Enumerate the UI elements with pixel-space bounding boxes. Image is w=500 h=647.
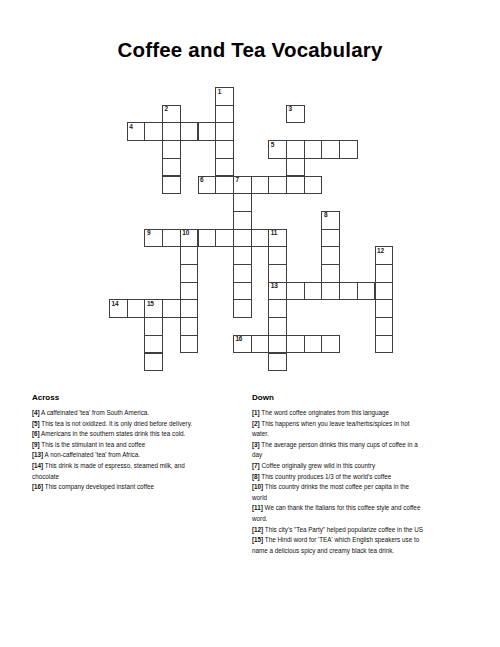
- grid-cell-r10c15[interactable]: [375, 264, 394, 283]
- grid-cell-r12c7[interactable]: [233, 299, 252, 318]
- crossword-grid: 12345678910111213141516: [109, 87, 394, 372]
- clue-label: [1]: [252, 409, 260, 416]
- clue-number-14: 14: [112, 301, 119, 308]
- grid-cell-r10c9[interactable]: [268, 264, 287, 283]
- across-clues-section: Across [4] A caffeinated 'tea' from Sout…: [32, 393, 248, 493]
- grid-cell-r2c6[interactable]: [215, 122, 234, 141]
- down-clues-section: Down [1] The word coffee originates from…: [252, 393, 474, 556]
- grid-cell-r12c9[interactable]: [268, 299, 287, 318]
- grid-cell-r14c12[interactable]: [321, 335, 340, 354]
- grid-cell-r6c7[interactable]: [233, 193, 252, 212]
- grid-cell-r2c2[interactable]: [144, 122, 163, 141]
- down-clue-7: [7] Coffee originally grew wild in this …: [252, 461, 474, 472]
- down-clue-3: [3] The average person drinks this many …: [252, 440, 474, 461]
- clue-label: [11]: [252, 504, 263, 511]
- grid-cell-r14c2[interactable]: [144, 335, 163, 354]
- clue-number-10: 10: [182, 230, 189, 237]
- grid-cell-r8c5[interactable]: [198, 229, 217, 248]
- across-clue-13: [13] A non-caffeinated 'tea' from Africa…: [32, 450, 248, 461]
- grid-cell-r8c4[interactable]: 10: [180, 229, 199, 248]
- clue-number-11: 11: [271, 230, 277, 237]
- grid-cell-r8c2[interactable]: 9: [144, 229, 163, 248]
- down-clue-2: [2] This happens when you leave tea/herb…: [252, 419, 474, 440]
- down-clue-8: [8] This country produces 1/3 of the wor…: [252, 472, 474, 483]
- grid-cell-r9c9[interactable]: [268, 246, 287, 265]
- clue-number-13: 13: [271, 283, 278, 290]
- grid-cell-r12c3[interactable]: [162, 299, 181, 318]
- across-clue-9: [9] This is the stimulant in tea and cof…: [32, 440, 248, 451]
- clue-number-9: 9: [147, 230, 150, 237]
- across-clue-4: [4] A caffeinated 'tea' from South Ameri…: [32, 408, 248, 419]
- grid-cell-r8c12[interactable]: [321, 229, 340, 248]
- grid-cell-r5c11[interactable]: [304, 176, 323, 195]
- grid-cell-r8c6[interactable]: [215, 229, 234, 248]
- grid-cell-r14c11[interactable]: [304, 335, 323, 354]
- across-clue-14: [14] This drink is made of espresso, ste…: [32, 461, 248, 482]
- clue-label: [5]: [32, 420, 40, 427]
- grid-cell-r14c7[interactable]: 16: [233, 335, 252, 354]
- grid-cell-r0c6[interactable]: 1: [215, 87, 234, 106]
- clue-label: [14]: [32, 462, 43, 469]
- grid-cell-r9c12[interactable]: [321, 246, 340, 265]
- grid-cell-r3c6[interactable]: [215, 140, 234, 159]
- grid-cell-r9c4[interactable]: [180, 246, 199, 265]
- grid-cell-r8c9[interactable]: 11: [268, 229, 287, 248]
- grid-cell-r11c11[interactable]: [304, 282, 323, 301]
- across-clue-5: [5] This tea is not oxidized. It is only…: [32, 419, 248, 430]
- grid-cell-r3c11[interactable]: [304, 140, 323, 159]
- grid-cell-r8c8[interactable]: [251, 229, 270, 248]
- grid-cell-r10c12[interactable]: [321, 264, 340, 283]
- grid-cell-r12c1[interactable]: [127, 299, 146, 318]
- clue-label: [10]: [252, 483, 263, 490]
- clue-number-3: 3: [289, 106, 292, 113]
- grid-cell-r14c15[interactable]: [375, 335, 394, 354]
- grid-cell-r11c13[interactable]: [339, 282, 358, 301]
- grid-cell-r5c8[interactable]: [251, 176, 270, 195]
- grid-cell-r4c10[interactable]: [286, 158, 305, 177]
- grid-cell-r3c13[interactable]: [339, 140, 358, 159]
- across-clue-16: [16] This company developed instant coff…: [32, 482, 248, 493]
- grid-cell-r2c1[interactable]: 4: [127, 122, 146, 141]
- grid-cell-r5c10[interactable]: [286, 176, 305, 195]
- grid-cell-r10c4[interactable]: [180, 264, 199, 283]
- grid-cell-r8c3[interactable]: [162, 229, 181, 248]
- grid-cell-r15c2[interactable]: [144, 353, 163, 372]
- grid-cell-r15c9[interactable]: [268, 353, 287, 372]
- clue-label: [3]: [252, 441, 260, 448]
- clue-label: [12]: [252, 526, 263, 533]
- across-clue-6: [6] Americans in the southern states dri…: [32, 429, 248, 440]
- clue-number-12: 12: [377, 248, 384, 255]
- clue-label: [2]: [252, 420, 260, 427]
- grid-cell-r13c4[interactable]: [180, 317, 199, 336]
- down-clue-list: [1] The word coffee originates from this…: [252, 408, 474, 556]
- grid-cell-r5c9[interactable]: [268, 176, 287, 195]
- grid-cell-r13c15[interactable]: [375, 317, 394, 336]
- clue-number-6: 6: [200, 177, 203, 184]
- clue-number-5: 5: [271, 142, 274, 149]
- grid-cell-r3c3[interactable]: [162, 140, 181, 159]
- grid-cell-r12c0[interactable]: 14: [109, 299, 128, 318]
- grid-cell-r11c10[interactable]: [286, 282, 305, 301]
- grid-cell-r3c9[interactable]: 5: [268, 140, 287, 159]
- grid-cell-r5c5[interactable]: 6: [198, 176, 217, 195]
- grid-cell-r2c5[interactable]: [198, 122, 217, 141]
- grid-cell-r5c7[interactable]: 7: [233, 176, 252, 195]
- clue-label: [13]: [32, 451, 43, 458]
- clue-label: [16]: [32, 483, 43, 490]
- across-clue-list: [4] A caffeinated 'tea' from South Ameri…: [32, 408, 248, 493]
- across-header: Across: [32, 393, 248, 403]
- grid-cell-r13c2[interactable]: [144, 317, 163, 336]
- grid-cell-r3c12[interactable]: [321, 140, 340, 159]
- grid-cell-r14c9[interactable]: [268, 335, 287, 354]
- grid-cell-r14c4[interactable]: [180, 335, 199, 354]
- grid-cell-r9c15[interactable]: 12: [375, 246, 394, 265]
- grid-cell-r2c3[interactable]: [162, 122, 181, 141]
- down-clue-15: [15] The Hindi word for 'TEA' which Engl…: [252, 535, 474, 556]
- grid-cell-r11c9[interactable]: 13: [268, 282, 287, 301]
- grid-cell-r12c15[interactable]: [375, 299, 394, 318]
- clue-number-2: 2: [165, 106, 168, 113]
- grid-cell-r14c8[interactable]: [251, 335, 270, 354]
- down-clue-11: [11] We can thank the Italians for this …: [252, 503, 474, 524]
- clue-number-8: 8: [324, 212, 327, 219]
- grid-cell-r13c9[interactable]: [268, 317, 287, 336]
- grid-cell-r1c3[interactable]: 2: [162, 105, 181, 124]
- grid-cell-r5c6[interactable]: [215, 176, 234, 195]
- down-header: Down: [252, 393, 474, 403]
- grid-cell-r7c7[interactable]: [233, 211, 252, 230]
- clue-label: [15]: [252, 536, 263, 543]
- clue-number-15: 15: [147, 301, 154, 308]
- grid-cell-r14c10[interactable]: [286, 335, 305, 354]
- grid-cell-r4c3[interactable]: [162, 158, 181, 177]
- grid-cell-r12c4[interactable]: [180, 299, 199, 318]
- grid-cell-r7c12[interactable]: 8: [321, 211, 340, 230]
- down-clue-1: [1] The word coffee originates from this…: [252, 408, 474, 419]
- clue-number-16: 16: [235, 336, 242, 343]
- clue-number-4: 4: [129, 124, 132, 131]
- clue-label: [8]: [252, 473, 260, 480]
- down-clue-10: [10] This country drinks the most coffee…: [252, 482, 474, 503]
- grid-cell-r11c4[interactable]: [180, 282, 199, 301]
- grid-cell-r8c7[interactable]: [233, 229, 252, 248]
- clue-label: [7]: [252, 462, 260, 469]
- grid-cell-r4c6[interactable]: [215, 158, 234, 177]
- grid-cell-r9c7[interactable]: [233, 246, 252, 265]
- clue-number-7: 7: [235, 177, 238, 184]
- clue-label: [9]: [32, 441, 40, 448]
- clue-label: [6]: [32, 430, 40, 437]
- grid-cell-r11c12[interactable]: [321, 282, 340, 301]
- clue-label: [4]: [32, 409, 40, 416]
- grid-cell-r10c7[interactable]: [233, 264, 252, 283]
- grid-cell-r11c15[interactable]: [375, 282, 394, 301]
- grid-cell-r11c7[interactable]: [233, 282, 252, 301]
- grid-cell-r11c14[interactable]: [357, 282, 376, 301]
- grid-cell-r1c10[interactable]: 3: [286, 105, 305, 124]
- grid-cell-r3c10[interactable]: [286, 140, 305, 159]
- clue-number-1: 1: [218, 89, 221, 96]
- down-clue-12: [12] This city's "Tea Party" helped popu…: [252, 525, 474, 536]
- grid-cell-r2c4[interactable]: [180, 122, 199, 141]
- puzzle-title: Coffee and Tea Vocabulary: [0, 38, 500, 62]
- grid-cell-r5c3[interactable]: [162, 176, 181, 195]
- grid-cell-r1c6[interactable]: [215, 105, 234, 124]
- grid-cell-r12c2[interactable]: 15: [144, 299, 163, 318]
